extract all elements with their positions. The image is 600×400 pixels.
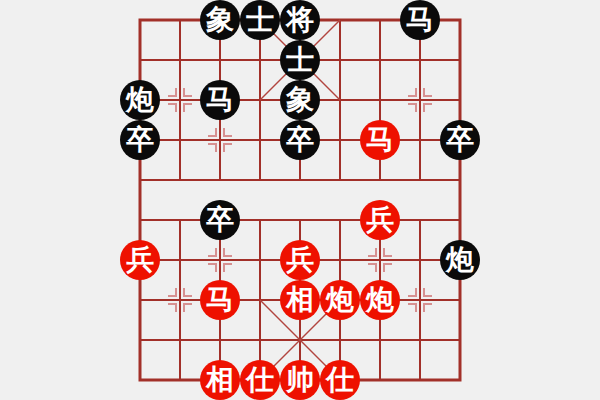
red-cannon[interactable]: 炮	[360, 280, 400, 320]
black-elephant[interactable]: 象	[280, 80, 320, 120]
red-pawn[interactable]: 兵	[360, 200, 400, 240]
red-pawn[interactable]: 兵	[120, 240, 160, 280]
black-horse[interactable]: 马	[200, 80, 240, 120]
black-cannon[interactable]: 炮	[440, 240, 480, 280]
red-elephant[interactable]: 相	[280, 280, 320, 320]
red-pawn[interactable]: 兵	[280, 240, 320, 280]
black-king[interactable]: 将	[280, 0, 320, 40]
red-advisor[interactable]: 仕	[240, 360, 280, 400]
red-cannon[interactable]: 炮	[320, 280, 360, 320]
black-pawn[interactable]: 卒	[200, 200, 240, 240]
pieces-layer: 象士将马士炮马象卒卒马卒卒兵兵兵炮马相炮炮相仕帅仕	[120, 0, 480, 400]
black-cannon[interactable]: 炮	[120, 80, 160, 120]
red-advisor[interactable]: 仕	[320, 360, 360, 400]
black-advisor[interactable]: 士	[240, 0, 280, 40]
xiangqi-board: 象士将马士炮马象卒卒马卒卒兵兵兵炮马相炮炮相仕帅仕	[0, 0, 600, 400]
red-king[interactable]: 帅	[280, 360, 320, 400]
red-horse[interactable]: 马	[360, 120, 400, 160]
black-pawn[interactable]: 卒	[120, 120, 160, 160]
black-advisor[interactable]: 士	[280, 40, 320, 80]
black-pawn[interactable]: 卒	[440, 120, 480, 160]
red-horse[interactable]: 马	[200, 280, 240, 320]
red-elephant[interactable]: 相	[200, 360, 240, 400]
black-pawn[interactable]: 卒	[280, 120, 320, 160]
black-horse[interactable]: 马	[400, 0, 440, 40]
black-elephant[interactable]: 象	[200, 0, 240, 40]
